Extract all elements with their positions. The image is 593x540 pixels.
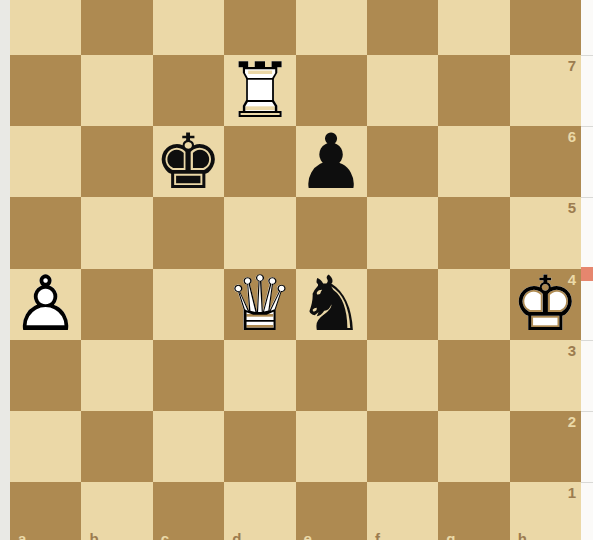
page: 8♜♖7♚♟65♟♙♛♕♞4♚♔32abcdefg1h [0, 0, 593, 540]
square-h2[interactable]: 2 [510, 411, 581, 482]
piece-white-rook[interactable]: ♜♖ [224, 55, 295, 126]
rank-label-7: 7 [568, 58, 576, 73]
file-label-b: b [89, 531, 98, 540]
square-b7[interactable] [81, 55, 152, 126]
square-b8[interactable] [81, 0, 152, 55]
file-label-f: f [375, 531, 380, 540]
rank-label-8: 8 [568, 0, 576, 2]
gutter-line [581, 411, 593, 412]
square-e5[interactable] [296, 197, 367, 268]
square-e3[interactable] [296, 340, 367, 411]
gutter-line [581, 197, 593, 198]
square-c6[interactable]: ♚ [153, 126, 224, 197]
square-d3[interactable] [224, 340, 295, 411]
square-e1[interactable]: e [296, 482, 367, 540]
piece-white-pawn[interactable]: ♟♙ [10, 269, 81, 340]
gutter-line [581, 482, 593, 483]
square-g4[interactable] [438, 269, 509, 340]
file-label-a: a [18, 531, 26, 540]
square-b5[interactable] [81, 197, 152, 268]
king-glyph: ♚ [153, 126, 224, 197]
rank-label-2: 2 [568, 414, 576, 429]
square-c8[interactable] [153, 0, 224, 55]
square-c2[interactable] [153, 411, 224, 482]
rank-label-1: 1 [568, 485, 576, 500]
square-a6[interactable] [10, 126, 81, 197]
rank-label-5: 5 [568, 200, 576, 215]
square-e7[interactable] [296, 55, 367, 126]
square-h5[interactable]: 5 [510, 197, 581, 268]
square-h8[interactable]: 8 [510, 0, 581, 55]
knight-glyph: ♞ [296, 269, 367, 340]
square-h7[interactable]: 7 [510, 55, 581, 126]
square-b6[interactable] [81, 126, 152, 197]
square-d6[interactable] [224, 126, 295, 197]
square-a1[interactable]: a [10, 482, 81, 540]
square-f1[interactable]: f [367, 482, 438, 540]
rank-label-6: 6 [568, 129, 576, 144]
square-d1[interactable]: d [224, 482, 295, 540]
square-f8[interactable] [367, 0, 438, 55]
right-gutter-marker [581, 267, 593, 281]
file-label-h: h [518, 531, 527, 540]
square-b3[interactable] [81, 340, 152, 411]
square-h1[interactable]: 1h [510, 482, 581, 540]
piece-black-knight[interactable]: ♞ [296, 269, 367, 340]
square-a8[interactable] [10, 0, 81, 55]
square-b1[interactable]: b [81, 482, 152, 540]
square-a5[interactable] [10, 197, 81, 268]
square-d7[interactable]: ♜♖ [224, 55, 295, 126]
chess-board[interactable]: 8♜♖7♚♟65♟♙♛♕♞4♚♔32abcdefg1h [10, 0, 581, 540]
square-h6[interactable]: 6 [510, 126, 581, 197]
square-g3[interactable] [438, 340, 509, 411]
rank-label-3: 3 [568, 343, 576, 358]
right-gutter [581, 0, 593, 540]
file-label-c: c [161, 531, 169, 540]
gutter-line [581, 126, 593, 127]
square-f7[interactable] [367, 55, 438, 126]
pawn-outline-glyph: ♙ [10, 269, 81, 340]
file-label-g: g [446, 531, 455, 540]
square-a3[interactable] [10, 340, 81, 411]
square-f5[interactable] [367, 197, 438, 268]
square-f6[interactable] [367, 126, 438, 197]
square-c7[interactable] [153, 55, 224, 126]
square-g6[interactable] [438, 126, 509, 197]
gutter-line [581, 55, 593, 56]
square-g2[interactable] [438, 411, 509, 482]
square-f2[interactable] [367, 411, 438, 482]
square-e8[interactable] [296, 0, 367, 55]
square-g8[interactable] [438, 0, 509, 55]
square-f3[interactable] [367, 340, 438, 411]
square-d4[interactable]: ♛♕ [224, 269, 295, 340]
square-g1[interactable]: g [438, 482, 509, 540]
square-c5[interactable] [153, 197, 224, 268]
square-g5[interactable] [438, 197, 509, 268]
king-outline-glyph: ♔ [510, 269, 581, 340]
file-label-d: d [232, 531, 241, 540]
square-e2[interactable] [296, 411, 367, 482]
rook-outline-glyph: ♖ [224, 55, 295, 126]
piece-black-king[interactable]: ♚ [153, 126, 224, 197]
square-h3[interactable]: 3 [510, 340, 581, 411]
square-c1[interactable]: c [153, 482, 224, 540]
queen-outline-glyph: ♕ [224, 269, 295, 340]
square-a2[interactable] [10, 411, 81, 482]
square-c4[interactable] [153, 269, 224, 340]
file-label-e: e [304, 531, 312, 540]
piece-white-queen[interactable]: ♛♕ [224, 269, 295, 340]
square-d2[interactable] [224, 411, 295, 482]
gutter-line [581, 340, 593, 341]
square-f4[interactable] [367, 269, 438, 340]
square-b4[interactable] [81, 269, 152, 340]
square-a4[interactable]: ♟♙ [10, 269, 81, 340]
square-e4[interactable]: ♞ [296, 269, 367, 340]
piece-black-pawn[interactable]: ♟ [296, 126, 367, 197]
pawn-glyph: ♟ [296, 126, 367, 197]
square-d5[interactable] [224, 197, 295, 268]
square-g7[interactable] [438, 55, 509, 126]
square-h4[interactable]: 4♚♔ [510, 269, 581, 340]
square-e6[interactable]: ♟ [296, 126, 367, 197]
square-b2[interactable] [81, 411, 152, 482]
piece-white-king[interactable]: ♚♔ [510, 269, 581, 340]
square-a7[interactable] [10, 55, 81, 126]
square-c3[interactable] [153, 340, 224, 411]
